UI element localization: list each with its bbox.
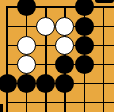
- empty-intersection-r6-c3[interactable]: [36, 93, 55, 112]
- empty-intersection-r1-c4[interactable]: [55, 0, 74, 17]
- black-stone: [75, 0, 94, 16]
- empty-intersection-r3-c1[interactable]: [0, 36, 17, 55]
- empty-intersection-r4-c1[interactable]: [0, 55, 17, 74]
- black-stone: [55, 55, 74, 74]
- intersection-r1-c5[interactable]: [75, 0, 94, 17]
- intersection-r2-c5[interactable]: [75, 17, 94, 36]
- white-stone: [17, 36, 36, 55]
- black-stone: [0, 74, 17, 93]
- empty-intersection-r1-c1[interactable]: [0, 0, 17, 17]
- empty-intersection-r2-c2[interactable]: [17, 17, 36, 36]
- empty-intersection-r6-c6[interactable]: [94, 93, 113, 112]
- empty-intersection-r1-c3[interactable]: [36, 0, 55, 17]
- empty-intersection-r2-c1[interactable]: [0, 17, 17, 36]
- black-stone: [75, 36, 94, 55]
- empty-intersection-r2-c6[interactable]: [94, 17, 113, 36]
- black-stone: [36, 74, 55, 93]
- intersection-r4-c4[interactable]: [55, 55, 74, 74]
- empty-intersection-r4-c6[interactable]: [94, 55, 113, 74]
- black-stone: [75, 17, 94, 36]
- intersection-r4-c2[interactable]: [17, 55, 36, 74]
- crop-artifact-corner-mark: [0, 104, 3, 112]
- intersection-r3-c5[interactable]: [75, 36, 94, 55]
- go-board: [0, 0, 114, 112]
- empty-intersection-r6-c5[interactable]: [75, 93, 94, 112]
- empty-intersection-r5-c6[interactable]: [94, 74, 113, 93]
- black-stone: [75, 55, 94, 74]
- intersection-r2-c4[interactable]: [55, 17, 74, 36]
- intersection-r5-c1[interactable]: [0, 74, 17, 93]
- stones-layer: [0, 0, 113, 112]
- intersection-r4-c5[interactable]: [75, 55, 94, 74]
- black-stone: [17, 74, 36, 93]
- black-stone: [17, 0, 36, 16]
- empty-intersection-r5-c5[interactable]: [75, 74, 94, 93]
- intersection-r3-c2[interactable]: [17, 36, 36, 55]
- intersection-r5-c4[interactable]: [55, 74, 74, 93]
- empty-intersection-r4-c3[interactable]: [36, 55, 55, 74]
- white-stone: [55, 17, 74, 36]
- crop-artifact-stone-sliver: [95, 0, 115, 3]
- empty-intersection-r3-c3[interactable]: [36, 36, 55, 55]
- intersection-r2-c3[interactable]: [36, 17, 55, 36]
- black-stone: [55, 74, 74, 93]
- intersection-r5-c3[interactable]: [36, 74, 55, 93]
- white-stone: [36, 17, 55, 36]
- intersection-r3-c4[interactable]: [55, 36, 74, 55]
- empty-intersection-r6-c4[interactable]: [55, 93, 74, 112]
- white-stone: [17, 55, 36, 74]
- white-stone: [55, 36, 74, 55]
- intersection-r1-c2[interactable]: [17, 0, 36, 17]
- intersection-r5-c2[interactable]: [17, 74, 36, 93]
- empty-intersection-r3-c6[interactable]: [94, 36, 113, 55]
- empty-intersection-r6-c2[interactable]: [17, 93, 36, 112]
